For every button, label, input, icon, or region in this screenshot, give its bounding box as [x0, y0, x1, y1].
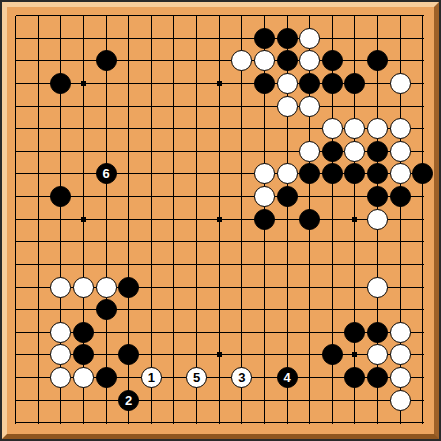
- grid-line-h: [16, 15, 424, 16]
- white-stone-glyph: ○: [55, 368, 66, 387]
- white-stone[interactable]: ○: [367, 277, 388, 298]
- black-stone-glyph: ●: [327, 51, 338, 70]
- white-stone-glyph: ○: [304, 142, 315, 161]
- black-stone-glyph: ●: [417, 164, 428, 183]
- grid-line-v: [151, 16, 152, 424]
- black-stone[interactable]: ●: [344, 163, 365, 184]
- black-stone[interactable]: ●: [96, 50, 117, 71]
- white-stone-glyph: ○: [394, 142, 405, 161]
- white-stone-glyph: ○: [394, 323, 405, 342]
- black-stone-glyph: ●: [349, 74, 360, 93]
- grid-line-v: [15, 16, 16, 424]
- white-stone-glyph: ○: [349, 142, 360, 161]
- black-stone-glyph: ●: [349, 323, 360, 342]
- black-stone[interactable]: ●: [299, 209, 320, 230]
- black-stone-glyph: ●: [281, 51, 292, 70]
- grid-line-h: [16, 38, 424, 39]
- black-stone[interactable]: ●: [96, 367, 117, 388]
- black-stone[interactable]: ●: [344, 73, 365, 94]
- white-stone-glyph: ○: [304, 51, 315, 70]
- white-stone-glyph: ○: [394, 345, 405, 364]
- white-stone-glyph: ○: [100, 278, 111, 297]
- black-stone-glyph: ●: [78, 345, 89, 364]
- black-stone-glyph: ●: [372, 51, 383, 70]
- white-stone[interactable]: ○: [390, 73, 411, 94]
- white-stone[interactable]: ○: [73, 367, 94, 388]
- grid-line-v: [106, 16, 107, 424]
- grid-line-v: [422, 16, 423, 424]
- white-stone[interactable]: ○: [254, 50, 275, 71]
- white-stone-glyph: ○: [304, 29, 315, 48]
- white-stone-glyph: ○: [372, 345, 383, 364]
- black-stone[interactable]: ●: [412, 163, 433, 184]
- black-stone-glyph: ●: [372, 368, 383, 387]
- grid-line-v: [173, 16, 174, 424]
- black-stone[interactable]: ●: [299, 163, 320, 184]
- white-stone[interactable]: ○: [96, 277, 117, 298]
- black-stone-glyph: ●: [372, 323, 383, 342]
- white-stone-glyph: ○: [394, 74, 405, 93]
- star-point: [81, 81, 86, 86]
- white-stone-glyph: ○: [236, 51, 247, 70]
- white-stone[interactable]: ○: [344, 118, 365, 139]
- white-stone-glyph: ○: [394, 164, 405, 183]
- black-stone[interactable]: ●: [299, 73, 320, 94]
- black-stone-move-2[interactable]: 2: [118, 390, 139, 411]
- star-point: [217, 217, 222, 222]
- white-stone-glyph: ○: [304, 97, 315, 116]
- grid-line-h: [16, 60, 424, 61]
- white-stone[interactable]: ○: [50, 344, 71, 365]
- white-stone-glyph: ○: [281, 164, 292, 183]
- white-stone[interactable]: ○: [50, 277, 71, 298]
- grid-line-h: [16, 264, 424, 265]
- white-stone[interactable]: ○: [299, 96, 320, 117]
- white-stone[interactable]: ○: [344, 141, 365, 162]
- black-stone-glyph: ●: [281, 29, 292, 48]
- white-stone[interactable]: ○: [390, 344, 411, 365]
- white-stone[interactable]: ○: [254, 163, 275, 184]
- white-stone[interactable]: ○: [390, 163, 411, 184]
- black-stone-glyph: ●: [327, 74, 338, 93]
- black-stone-glyph: ●: [78, 323, 89, 342]
- black-stone-move-6[interactable]: 6: [96, 163, 117, 184]
- white-stone[interactable]: ○: [390, 367, 411, 388]
- black-stone-glyph: ●: [55, 74, 66, 93]
- white-stone-glyph: ○: [327, 119, 338, 138]
- white-stone-glyph: ○: [55, 345, 66, 364]
- black-stone-glyph: ●: [259, 29, 270, 48]
- black-stone[interactable]: ●: [277, 50, 298, 71]
- white-stone[interactable]: ○: [73, 277, 94, 298]
- white-stone[interactable]: ○: [231, 50, 252, 71]
- black-stone-glyph: ●: [123, 278, 134, 297]
- black-stone[interactable]: ●: [322, 141, 343, 162]
- black-stone-glyph: ●: [327, 142, 338, 161]
- white-stone-glyph: ○: [259, 51, 270, 70]
- black-stone-glyph: ●: [100, 51, 111, 70]
- white-stone-glyph: ○: [259, 164, 270, 183]
- black-stone-glyph: ●: [327, 345, 338, 364]
- black-stone[interactable]: ●: [254, 73, 275, 94]
- white-stone-glyph: ○: [372, 278, 383, 297]
- white-stone[interactable]: ○: [390, 322, 411, 343]
- black-stone[interactable]: ●: [50, 186, 71, 207]
- black-stone[interactable]: ●: [367, 141, 388, 162]
- black-stone-glyph: ●: [55, 187, 66, 206]
- black-stone-glyph: ●: [281, 187, 292, 206]
- grid-line-h: [16, 106, 424, 107]
- grid-line-v: [196, 16, 197, 424]
- black-stone[interactable]: ●: [344, 322, 365, 343]
- black-stone[interactable]: ●: [367, 367, 388, 388]
- black-stone-glyph: ●: [349, 368, 360, 387]
- black-stone-glyph: ●: [304, 74, 315, 93]
- black-stone[interactable]: ●: [367, 163, 388, 184]
- white-stone[interactable]: ○: [254, 186, 275, 207]
- grid-line-h: [16, 400, 424, 401]
- black-stone[interactable]: ●: [73, 344, 94, 365]
- white-stone-move-1[interactable]: 1: [141, 367, 162, 388]
- white-stone[interactable]: ○: [299, 141, 320, 162]
- black-stone[interactable]: ●: [277, 186, 298, 207]
- black-stone[interactable]: ●: [322, 163, 343, 184]
- star-point: [352, 352, 357, 357]
- white-stone-glyph: ○: [259, 187, 270, 206]
- black-stone-glyph: ●: [372, 187, 383, 206]
- black-stone-glyph: ●: [259, 74, 270, 93]
- black-stone[interactable]: ●: [367, 322, 388, 343]
- grid-line-h: [16, 309, 424, 310]
- white-stone[interactable]: ○: [299, 50, 320, 71]
- black-stone[interactable]: ●: [254, 209, 275, 230]
- black-stone[interactable]: ●: [344, 367, 365, 388]
- white-stone-glyph: ○: [394, 368, 405, 387]
- white-stone[interactable]: ○: [367, 209, 388, 230]
- white-stone[interactable]: ○: [390, 390, 411, 411]
- black-stone[interactable]: ●: [118, 344, 139, 365]
- white-stone[interactable]: ○: [50, 367, 71, 388]
- black-stone[interactable]: ●: [390, 186, 411, 207]
- white-stone[interactable]: ○: [367, 118, 388, 139]
- black-stone[interactable]: ●: [322, 50, 343, 71]
- grid-line-v: [241, 16, 242, 424]
- white-stone[interactable]: ○: [50, 322, 71, 343]
- grid-line-h: [16, 241, 424, 242]
- star-point: [217, 81, 222, 86]
- black-stone-glyph: ●: [259, 210, 270, 229]
- white-stone[interactable]: ○: [367, 344, 388, 365]
- white-stone[interactable]: ○: [390, 118, 411, 139]
- grid-line-v: [38, 16, 39, 424]
- black-stone[interactable]: ●: [50, 73, 71, 94]
- white-stone-glyph: ○: [55, 278, 66, 297]
- white-stone-glyph: ○: [55, 323, 66, 342]
- white-stone-glyph: ○: [349, 119, 360, 138]
- black-stone-glyph: ●: [304, 164, 315, 183]
- black-stone-glyph: ●: [123, 345, 134, 364]
- black-stone[interactable]: ●: [254, 28, 275, 49]
- white-stone[interactable]: ○: [277, 96, 298, 117]
- black-stone[interactable]: ●: [73, 322, 94, 343]
- white-stone-glyph: ○: [281, 74, 292, 93]
- white-stone[interactable]: ○: [299, 28, 320, 49]
- white-stone-move-3[interactable]: 3: [231, 367, 252, 388]
- black-stone[interactable]: ●: [118, 277, 139, 298]
- star-point: [217, 352, 222, 357]
- black-stone-glyph: ●: [327, 164, 338, 183]
- black-stone[interactable]: ●: [322, 73, 343, 94]
- white-stone[interactable]: ○: [390, 141, 411, 162]
- white-stone-glyph: ○: [78, 368, 89, 387]
- white-stone-move-5[interactable]: 5: [186, 367, 207, 388]
- black-stone-glyph: ●: [100, 300, 111, 319]
- star-point: [352, 217, 357, 222]
- black-stone-glyph: ●: [394, 187, 405, 206]
- black-stone-glyph: ●: [349, 164, 360, 183]
- black-stone-glyph: ●: [372, 142, 383, 161]
- black-stone[interactable]: ●: [277, 28, 298, 49]
- black-stone[interactable]: ●: [322, 344, 343, 365]
- black-stone[interactable]: ●: [367, 186, 388, 207]
- white-stone-glyph: ○: [372, 119, 383, 138]
- black-stone-glyph: ●: [372, 164, 383, 183]
- star-point: [81, 217, 86, 222]
- black-stone[interactable]: ●: [367, 50, 388, 71]
- black-stone[interactable]: ●: [96, 299, 117, 320]
- black-stone-glyph: ●: [100, 368, 111, 387]
- black-stone-glyph: ●: [304, 210, 315, 229]
- white-stone[interactable]: ○: [322, 118, 343, 139]
- white-stone[interactable]: ○: [277, 163, 298, 184]
- white-stone-glyph: ○: [372, 210, 383, 229]
- white-stone-glyph: ○: [394, 391, 405, 410]
- go-board[interactable]: ●●○●○○●○●●●●○●●●○○○○○○○○●○●○6○○●●●●○●●○●…: [0, 0, 441, 441]
- white-stone-glyph: ○: [394, 119, 405, 138]
- black-stone-move-4[interactable]: 4: [277, 367, 298, 388]
- white-stone-glyph: ○: [281, 97, 292, 116]
- grid-line-h: [16, 196, 424, 197]
- white-stone[interactable]: ○: [277, 73, 298, 94]
- grid-line-h: [16, 422, 424, 423]
- white-stone-glyph: ○: [78, 278, 89, 297]
